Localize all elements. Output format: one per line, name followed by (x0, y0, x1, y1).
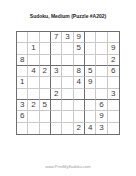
cell-r8c3-empty (40, 111, 51, 122)
cell-r7c1-given: 3 (17, 100, 28, 111)
cell-r7c4-empty (51, 100, 62, 111)
cell-r9c4-empty (51, 123, 62, 134)
cell-r1c1-empty (17, 32, 28, 43)
cell-r9c8-given: 3 (96, 123, 107, 134)
sudoku-print-page: Sudoku, Medium (Puzzle #A202) 7391598242… (0, 0, 136, 176)
cell-r8c9-empty (108, 111, 119, 122)
cell-r9c1-empty (17, 123, 28, 134)
cell-r6c9-given: 3 (108, 89, 119, 100)
cell-r8c8-given: 9 (96, 111, 107, 122)
cell-r5c3-empty (40, 77, 51, 88)
footer-url: www.PrintMySudoku.com (0, 164, 136, 169)
cell-r6c5-empty (62, 89, 73, 100)
cell-r7c7-empty (85, 100, 96, 111)
cell-r1c2-empty (28, 32, 39, 43)
cell-r8c7-empty (85, 111, 96, 122)
cell-r7c3-given: 5 (40, 100, 51, 111)
cell-r5c5-empty (62, 77, 73, 88)
cell-r9c2-empty (28, 123, 39, 134)
cell-r4c9-given: 6 (108, 66, 119, 77)
cell-r4c7-given: 5 (85, 66, 96, 77)
cell-r7c2-given: 2 (28, 100, 39, 111)
cell-r6c6-empty (74, 89, 85, 100)
cell-r5c6-given: 4 (74, 77, 85, 88)
cell-r3c1-given: 8 (17, 55, 28, 66)
cell-r6c2-empty (28, 89, 39, 100)
cell-r2c3-empty (40, 43, 51, 54)
cell-r5c2-empty (28, 77, 39, 88)
cell-r3c8-empty (96, 55, 107, 66)
cell-r5c1-given: 1 (17, 77, 28, 88)
cell-r9c7-given: 4 (85, 123, 96, 134)
cell-r3c6-empty (74, 55, 85, 66)
cell-r2c9-given: 9 (108, 43, 119, 54)
cell-r2c1-empty (17, 43, 28, 54)
cell-r1c4-given: 7 (51, 32, 62, 43)
cell-r5c8-empty (96, 77, 107, 88)
cell-r4c1-empty (17, 66, 28, 77)
cell-r7c5-empty (62, 100, 73, 111)
cell-r2c8-empty (96, 43, 107, 54)
cell-r6c4-given: 2 (51, 89, 62, 100)
cell-r7c6-empty (74, 100, 85, 111)
cell-r1c8-empty (96, 32, 107, 43)
cell-r3c5-empty (62, 55, 73, 66)
cell-r4c4-given: 3 (51, 66, 62, 77)
cell-r1c3-empty (40, 32, 51, 43)
cell-r8c2-empty (28, 111, 39, 122)
cell-r6c7-empty (85, 89, 96, 100)
cell-r6c8-empty (96, 89, 107, 100)
cell-r4c2-given: 4 (28, 66, 39, 77)
cell-r6c3-empty (40, 89, 51, 100)
cell-r5c9-empty (108, 77, 119, 88)
cell-r9c6-given: 2 (74, 123, 85, 134)
cell-r1c5-given: 3 (62, 32, 73, 43)
cell-r1c9-empty (108, 32, 119, 43)
cell-r8c1-given: 6 (17, 111, 28, 122)
cell-r4c8-empty (96, 66, 107, 77)
cell-r9c3-empty (40, 123, 51, 134)
cell-r9c9-empty (108, 123, 119, 134)
cell-r1c6-given: 9 (74, 32, 85, 43)
cell-r3c9-given: 2 (108, 55, 119, 66)
cell-r8c4-empty (51, 111, 62, 122)
cell-r3c3-empty (40, 55, 51, 66)
cell-r6c1-empty (17, 89, 28, 100)
cell-r2c2-given: 1 (28, 43, 39, 54)
cell-r7c8-given: 6 (96, 100, 107, 111)
cell-r2c7-empty (85, 43, 96, 54)
puzzle-title: Sudoku, Medium (Puzzle #A202) (0, 13, 136, 20)
cell-r1c7-empty (85, 32, 96, 43)
cell-r3c7-empty (85, 55, 96, 66)
sudoku-grid: 7391598242385614923325669243 (16, 31, 120, 135)
cell-r3c4-empty (51, 55, 62, 66)
cell-r3c2-empty (28, 55, 39, 66)
cell-r2c4-empty (51, 43, 62, 54)
cell-r2c5-empty (62, 43, 73, 54)
cell-r8c5-empty (62, 111, 73, 122)
cell-r5c7-given: 9 (85, 77, 96, 88)
cell-r8c6-empty (74, 111, 85, 122)
cell-r7c9-empty (108, 100, 119, 111)
cell-r4c3-given: 2 (40, 66, 51, 77)
cell-r2c6-given: 5 (74, 43, 85, 54)
cell-r9c5-empty (62, 123, 73, 134)
cell-r5c4-empty (51, 77, 62, 88)
cell-r4c5-empty (62, 66, 73, 77)
cell-r4c6-given: 8 (74, 66, 85, 77)
